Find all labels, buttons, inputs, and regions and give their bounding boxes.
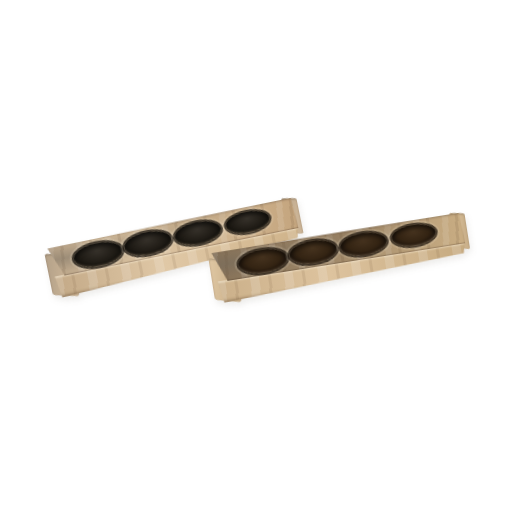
pit-row1-4[interactable] (224, 207, 272, 236)
pit-row2-2[interactable] (288, 237, 339, 267)
pit-row1-2[interactable] (122, 227, 173, 259)
pit-row2-4[interactable] (390, 221, 437, 249)
photo-background (0, 0, 515, 515)
pit-row2-1[interactable] (237, 245, 289, 276)
pit-row1-3[interactable] (173, 217, 223, 248)
pit-row2-3[interactable] (339, 229, 389, 258)
